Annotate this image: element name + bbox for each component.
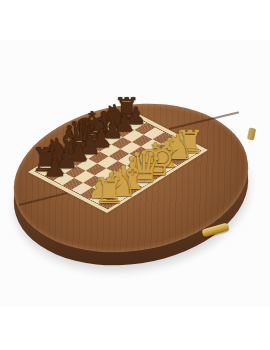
brass-hinge-icon xyxy=(247,127,256,140)
chess-set-scene: ♜♞♝♛♚♝♞♜♟♟♟♟♟♟♟♟♟♟♟♟♟♟♟♟♜♞♝♛♚♝♞♜ xyxy=(0,0,270,350)
product-photo[interactable]: { "game": "chess", "position": { "fen": … xyxy=(0,0,270,350)
